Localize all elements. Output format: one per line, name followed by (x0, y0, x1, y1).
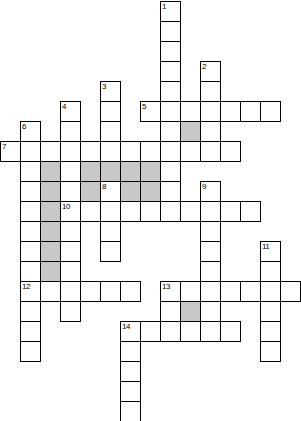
cell-r15c9[interactable] (180, 301, 201, 322)
cell-r9c10[interactable]: 9 (200, 181, 221, 202)
cell-r14c6[interactable] (120, 281, 141, 302)
cell-r16c10[interactable] (200, 321, 221, 342)
cell-r13c13[interactable] (260, 261, 281, 282)
clue-number-3: 3 (102, 82, 106, 91)
cell-r14c8[interactable]: 13 (160, 281, 181, 302)
cell-r10c9[interactable] (180, 201, 201, 222)
cell-r10c7[interactable] (140, 201, 161, 222)
cell-r9c1[interactable] (20, 181, 41, 202)
cell-r5c11[interactable] (220, 101, 241, 122)
clue-number-8: 8 (102, 182, 106, 191)
cell-r0c8[interactable]: 1 (160, 1, 181, 22)
cell-r7c11[interactable] (220, 141, 241, 162)
cell-r6c3[interactable] (60, 121, 81, 142)
cell-r10c12[interactable] (240, 201, 261, 222)
cell-r16c8[interactable] (160, 321, 181, 342)
clue-number-12: 12 (22, 282, 30, 291)
cell-r17c1[interactable] (20, 341, 41, 362)
cell-r7c10[interactable] (200, 141, 221, 162)
cell-r15c10[interactable] (200, 301, 221, 322)
cell-r13c10[interactable] (200, 261, 221, 282)
cell-r16c6[interactable]: 14 (120, 321, 141, 342)
cell-r9c2[interactable] (40, 181, 61, 202)
cell-r10c2[interactable] (40, 201, 61, 222)
cell-r17c13[interactable] (260, 341, 281, 362)
cell-r10c4[interactable] (80, 201, 101, 222)
clue-number-6: 6 (22, 122, 26, 131)
cell-r4c5[interactable]: 3 (100, 81, 121, 102)
cell-r15c1[interactable] (20, 301, 41, 322)
cell-r8c4[interactable] (80, 161, 101, 182)
cell-r6c8[interactable] (160, 121, 181, 142)
cell-r5c7[interactable]: 5 (140, 101, 161, 122)
cell-r7c5[interactable] (100, 141, 121, 162)
cell-r11c5[interactable] (100, 221, 121, 242)
cell-r10c8[interactable] (160, 201, 181, 222)
cell-r14c12[interactable] (240, 281, 261, 302)
clue-number-5: 5 (142, 102, 146, 111)
cell-r7c3[interactable] (60, 141, 81, 162)
cell-r7c8[interactable] (160, 141, 181, 162)
cell-r4c10[interactable] (200, 81, 221, 102)
cell-r8c8[interactable] (160, 161, 181, 182)
crossword-puzzle-page: 1234567891011121314 (0, 0, 301, 421)
cell-r8c2[interactable] (40, 161, 61, 182)
clue-number-10: 10 (62, 202, 70, 211)
cell-r10c10[interactable] (200, 201, 221, 222)
cell-r7c2[interactable] (40, 141, 61, 162)
clue-number-1: 1 (162, 2, 166, 11)
cell-r10c3[interactable]: 10 (60, 201, 81, 222)
cell-r7c0[interactable]: 7 (0, 141, 21, 162)
cell-r14c5[interactable] (100, 281, 121, 302)
cell-r10c1[interactable] (20, 201, 41, 222)
cell-r6c5[interactable] (100, 121, 121, 142)
cell-r5c9[interactable] (180, 101, 201, 122)
cell-r6c10[interactable] (200, 121, 221, 142)
cell-r7c9[interactable] (180, 141, 201, 162)
cell-r14c14[interactable] (280, 281, 301, 302)
cell-r9c3[interactable] (60, 181, 81, 202)
cell-r12c10[interactable] (200, 241, 221, 262)
cell-r10c11[interactable] (220, 201, 241, 222)
cell-r5c5[interactable] (100, 101, 121, 122)
cell-r10c6[interactable] (120, 201, 141, 222)
cell-r18c6[interactable] (120, 361, 141, 382)
cell-r11c2[interactable] (40, 221, 61, 242)
cell-r14c9[interactable] (180, 281, 201, 302)
cell-r14c1[interactable]: 12 (20, 281, 41, 302)
cell-r12c1[interactable] (20, 241, 41, 262)
cell-r14c13[interactable] (260, 281, 281, 302)
clue-number-13: 13 (162, 282, 170, 291)
cell-r5c10[interactable] (200, 101, 221, 122)
cell-r5c8[interactable] (160, 101, 181, 122)
clue-number-9: 9 (202, 182, 206, 191)
cell-r14c2[interactable] (40, 281, 61, 302)
cell-r1c8[interactable] (160, 21, 181, 42)
cell-r14c3[interactable] (60, 281, 81, 302)
cell-r12c13[interactable]: 11 (260, 241, 281, 262)
cell-r16c1[interactable] (20, 321, 41, 342)
cell-r9c6[interactable] (120, 181, 141, 202)
cell-r4c8[interactable] (160, 81, 181, 102)
cell-r11c3[interactable] (60, 221, 81, 242)
cell-r11c1[interactable] (20, 221, 41, 242)
cell-r12c5[interactable] (100, 241, 121, 262)
cell-r14c10[interactable] (200, 281, 221, 302)
cell-r9c4[interactable] (80, 181, 101, 202)
cell-r8c6[interactable] (120, 161, 141, 182)
cell-r6c9[interactable] (180, 121, 201, 142)
cell-r15c3[interactable] (60, 301, 81, 322)
cell-r16c13[interactable] (260, 321, 281, 342)
cell-r9c8[interactable] (160, 181, 181, 202)
cell-r7c6[interactable] (120, 141, 141, 162)
cell-r16c9[interactable] (180, 321, 201, 342)
clue-number-14: 14 (122, 322, 130, 331)
cell-r19c6[interactable] (120, 381, 141, 402)
cell-r5c12[interactable] (240, 101, 261, 122)
cell-r5c3[interactable]: 4 (60, 101, 81, 122)
cell-r7c4[interactable] (80, 141, 101, 162)
cell-r3c8[interactable] (160, 61, 181, 82)
cell-r9c7[interactable] (140, 181, 161, 202)
cell-r13c3[interactable] (60, 261, 81, 282)
cell-r15c8[interactable] (160, 301, 181, 322)
cell-r2c8[interactable] (160, 41, 181, 62)
cell-r14c11[interactable] (220, 281, 241, 302)
cell-r17c6[interactable] (120, 341, 141, 362)
cell-r16c7[interactable] (140, 321, 161, 342)
cell-r7c7[interactable] (140, 141, 161, 162)
clue-number-7: 7 (2, 142, 6, 151)
clue-number-11: 11 (262, 242, 269, 251)
cell-r20c6[interactable] (120, 401, 141, 421)
clue-number-4: 4 (62, 102, 66, 111)
cell-r8c3[interactable] (60, 161, 81, 182)
cell-r16c11[interactable] (220, 321, 241, 342)
cell-r10c5[interactable] (100, 201, 121, 222)
cell-r12c2[interactable] (40, 241, 61, 262)
cell-r8c1[interactable] (20, 161, 41, 182)
clue-number-2: 2 (202, 62, 206, 71)
cell-r15c13[interactable] (260, 301, 281, 322)
crossword-board: 1234567891011121314 (0, 1, 301, 421)
cell-r13c1[interactable] (20, 261, 41, 282)
cell-r11c10[interactable] (200, 221, 221, 242)
cell-r14c4[interactable] (80, 281, 101, 302)
cell-r8c7[interactable] (140, 161, 161, 182)
cell-r9c5[interactable]: 8 (100, 181, 121, 202)
cell-r12c3[interactable] (60, 241, 81, 262)
cell-r7c1[interactable] (20, 141, 41, 162)
cell-r3c10[interactable]: 2 (200, 61, 221, 82)
cell-r5c13[interactable] (260, 101, 281, 122)
cell-r13c2[interactable] (40, 261, 61, 282)
cell-r8c5[interactable] (100, 161, 121, 182)
cell-r6c1[interactable]: 6 (20, 121, 41, 142)
